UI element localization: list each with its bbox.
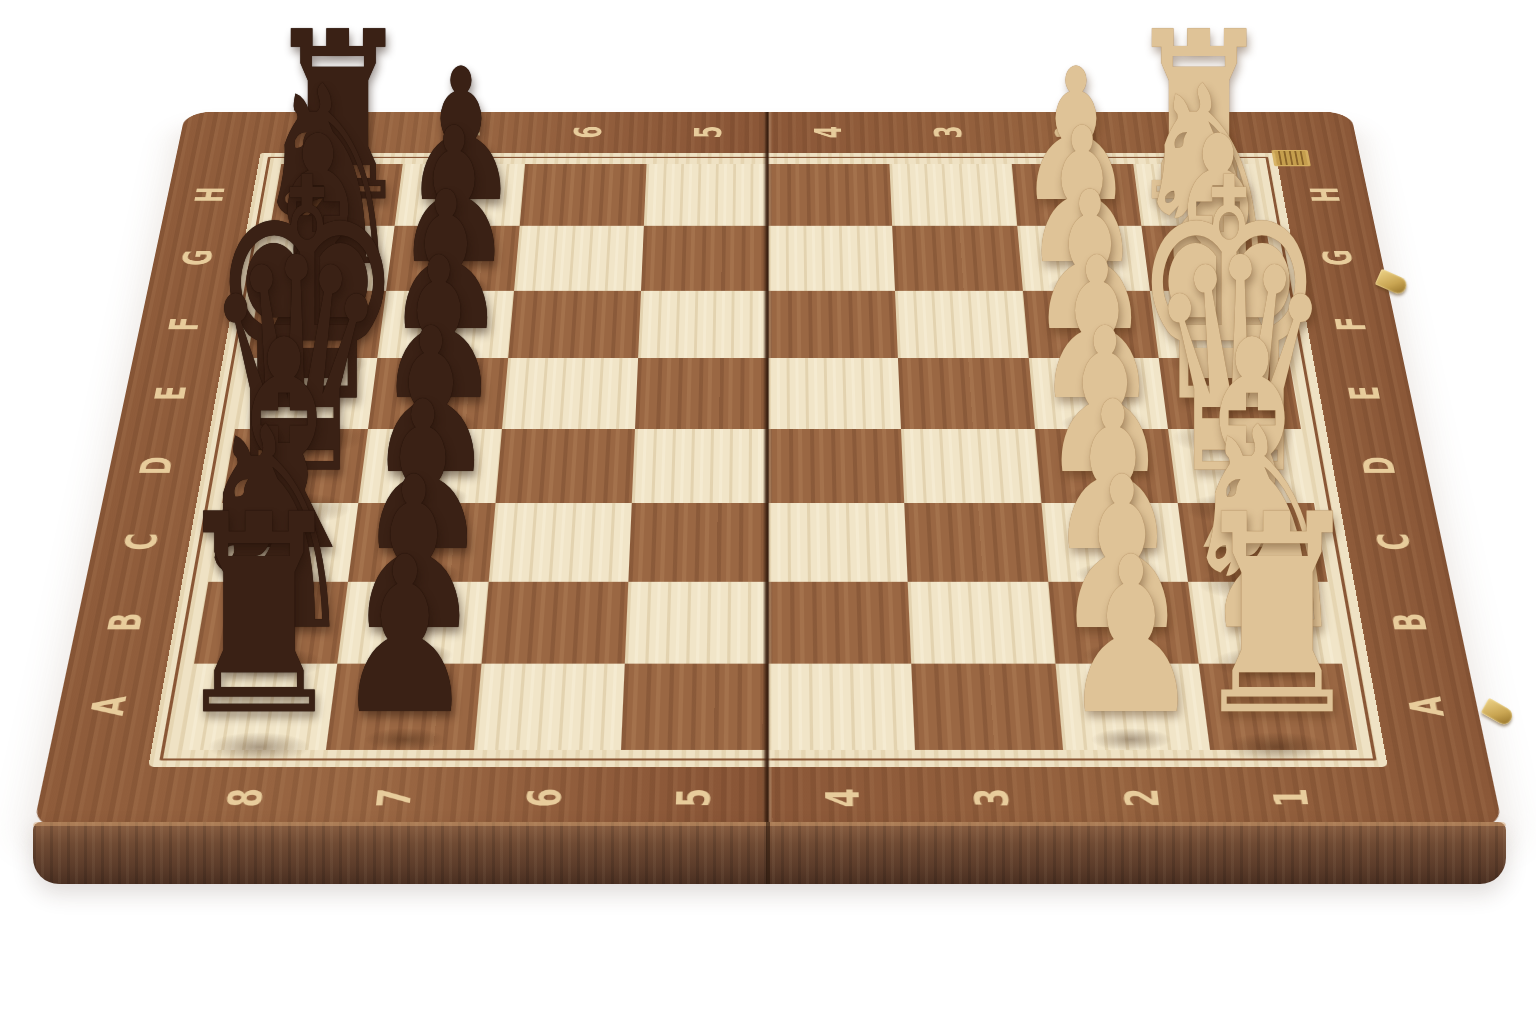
piece-black-pawn-a7: ♟ <box>335 529 474 745</box>
pieces-layer: ♜♟♟♜♞♟♟♞♝♟♟♝♚♟♟♚♛♟♟♛♝♟♟♝♞♟♟♞♜♟♟♜ <box>0 0 1536 1024</box>
piece-white-rook-a1: ♜ <box>1188 479 1365 754</box>
product-photo-chessboard: 87654321 87654321 HGFEDCBA HGFEDCBA ♜♟♟♜… <box>0 0 1536 1024</box>
piece-black-rook-a8: ♜ <box>171 479 348 754</box>
piece-white-pawn-a2: ♟ <box>1062 529 1201 745</box>
